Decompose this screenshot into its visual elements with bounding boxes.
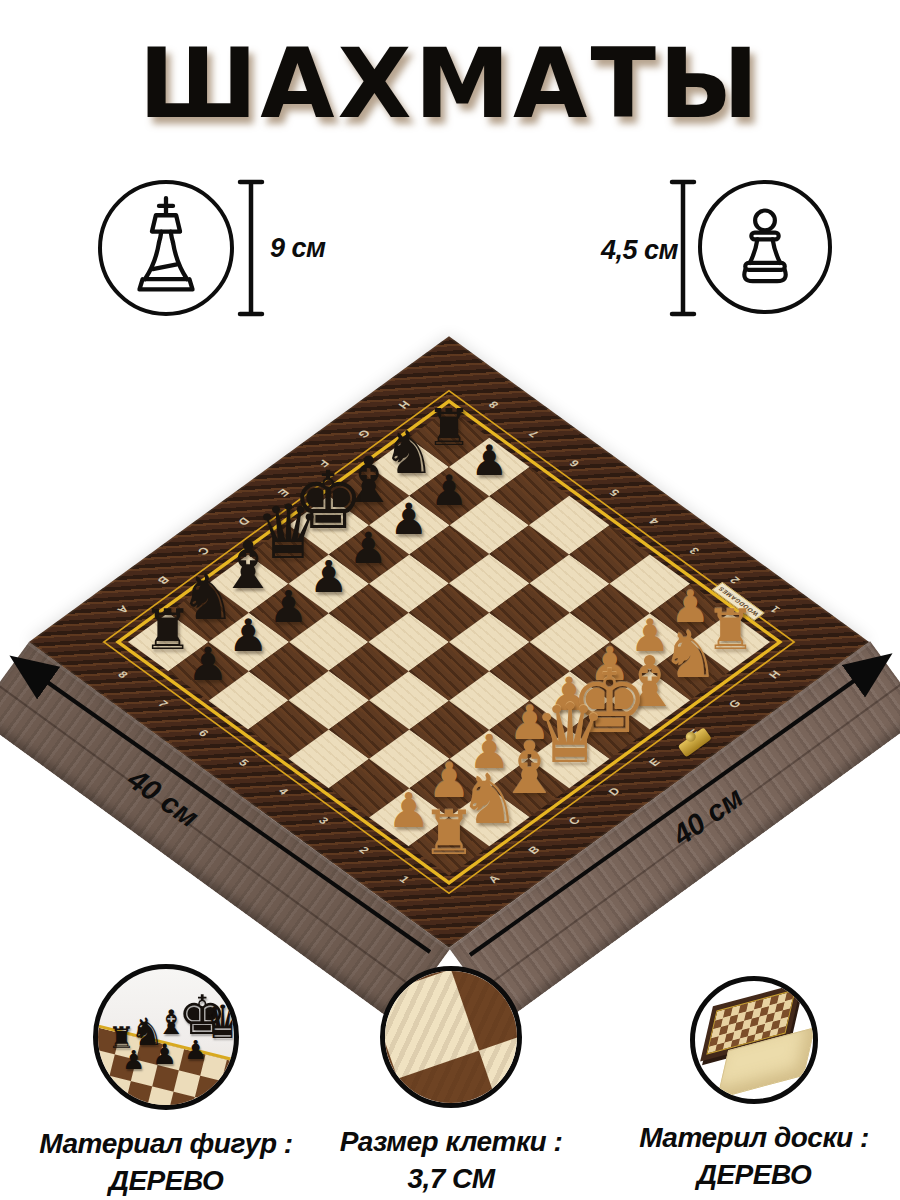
file-label: A bbox=[485, 873, 502, 886]
pawn-size-callout bbox=[698, 180, 832, 314]
black-piece: ♟ bbox=[470, 441, 508, 483]
pawn-size-label: 4,5 см bbox=[592, 235, 678, 266]
king-size-label: 9 см bbox=[270, 233, 326, 264]
feature-caption: Материал фигур : ДЕРЕВО bbox=[16, 1126, 316, 1200]
feature-squares-photo bbox=[380, 966, 522, 1108]
rank-label: 6 bbox=[566, 458, 582, 469]
file-label: H bbox=[396, 399, 413, 412]
file-label: G bbox=[726, 697, 744, 710]
file-label: C bbox=[565, 814, 582, 827]
caption-line1: Материл доски : bbox=[604, 1120, 900, 1157]
mini-piece-glyph: ♟ bbox=[152, 1041, 177, 1069]
feature-cell-size: Размер клетки : 3,7 СМ bbox=[301, 966, 601, 1198]
king-outline-icon bbox=[127, 192, 205, 304]
feature-caption: Материл доски : ДЕРЕВО bbox=[604, 1120, 900, 1194]
black-piece: ♟ bbox=[228, 613, 268, 658]
pawn-measure-line bbox=[668, 178, 698, 318]
rank-label: 4 bbox=[276, 786, 292, 797]
mini-piece-glyph: ♛ bbox=[202, 999, 239, 1045]
black-piece: ♜ bbox=[143, 602, 193, 658]
file-label: C bbox=[195, 545, 212, 558]
rank-label: 3 bbox=[687, 545, 703, 556]
king-size-callout bbox=[98, 180, 234, 316]
white-piece: ♜ bbox=[422, 801, 477, 862]
rank-label: 2 bbox=[727, 574, 743, 585]
file-label: H bbox=[766, 668, 783, 681]
rank-label: 1 bbox=[767, 604, 783, 615]
file-label: G bbox=[355, 428, 373, 441]
board-face: ♜♞♝♛♚♝♞♜♟♟♟♟♟♟♟♟♟♟♟♟♟♟♟♟♜♞♝♛♚♝♞♜ WOODGAM… bbox=[29, 336, 869, 948]
feature-pieces-photo: ♜♞♝♚♛♟♟♟ bbox=[93, 964, 239, 1110]
feature-pieces-material: ♜♞♝♚♛♟♟♟ Материал фигур : ДЕРЕВО bbox=[16, 964, 316, 1200]
black-piece: ♟ bbox=[349, 527, 388, 570]
mini-piece-glyph: ♟ bbox=[184, 1037, 207, 1063]
page-title: ШАХМАТЫ bbox=[0, 28, 900, 140]
rank-label: 7 bbox=[526, 428, 542, 439]
file-label: E bbox=[646, 756, 663, 768]
feature-open-box-photo bbox=[690, 976, 818, 1104]
rank-label: 5 bbox=[236, 757, 252, 768]
rank-label: 7 bbox=[156, 698, 172, 709]
king-measure-line bbox=[236, 178, 266, 318]
feature-board-material: Материл доски : ДЕРЕВО bbox=[604, 976, 900, 1194]
rank-label: 6 bbox=[196, 727, 212, 738]
black-piece: ♟ bbox=[390, 498, 429, 541]
product-image: { "title": "ШАХМАТЫ", "callouts": { "kin… bbox=[0, 0, 900, 1200]
rank-label: 2 bbox=[356, 844, 372, 855]
file-label: B bbox=[525, 844, 542, 857]
black-piece: ♟ bbox=[309, 556, 348, 600]
caption-line2: 3,7 СМ bbox=[301, 1161, 601, 1198]
rank-label: 8 bbox=[115, 669, 131, 680]
caption-line2: ДЕРЕВО bbox=[604, 1157, 900, 1194]
file-label: B bbox=[155, 574, 172, 587]
caption-line2: ДЕРЕВО bbox=[16, 1163, 316, 1200]
file-label: A bbox=[115, 603, 132, 616]
black-piece: ♟ bbox=[269, 585, 308, 629]
rank-label: 3 bbox=[316, 815, 332, 826]
black-piece: ♟ bbox=[188, 641, 229, 687]
caption-line1: Размер клетки : bbox=[301, 1124, 601, 1161]
rank-label: 4 bbox=[646, 516, 662, 527]
mini-piece-glyph: ♟ bbox=[122, 1047, 145, 1073]
rank-label: 8 bbox=[486, 399, 502, 410]
wood-grain-overlay bbox=[385, 971, 517, 1103]
file-label: D bbox=[606, 785, 623, 798]
rank-label: 1 bbox=[396, 873, 412, 884]
caption-line1: Материал фигур : bbox=[16, 1126, 316, 1163]
black-piece: ♟ bbox=[430, 470, 468, 512]
feature-caption: Размер клетки : 3,7 СМ bbox=[301, 1124, 601, 1198]
pawn-outline-icon bbox=[727, 204, 803, 290]
file-label: D bbox=[235, 515, 252, 528]
rank-label: 5 bbox=[606, 487, 622, 498]
